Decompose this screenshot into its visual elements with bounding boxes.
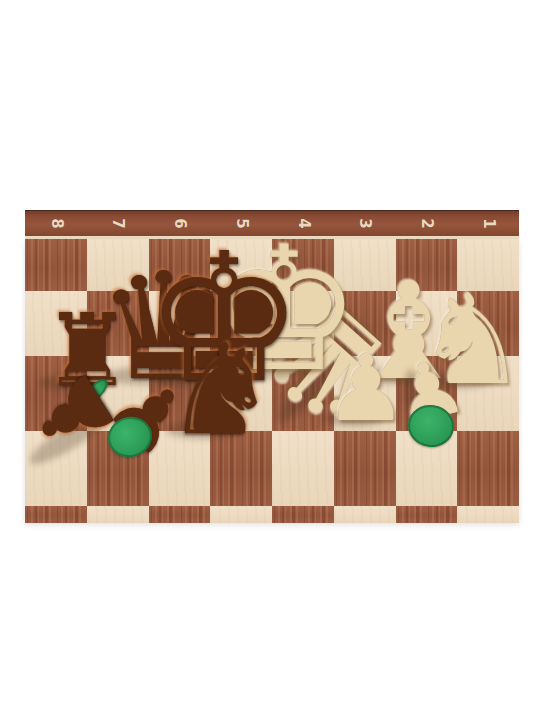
- square: [272, 506, 334, 523]
- rank-label-cell: 3: [334, 210, 396, 236]
- square: [457, 506, 519, 523]
- rank-label-cell: 6: [149, 210, 211, 236]
- square: [396, 239, 458, 291]
- rank-number: 1: [481, 218, 496, 228]
- square: [272, 356, 334, 431]
- rank-number: 8: [48, 218, 63, 228]
- rank-label-cell: 1: [457, 210, 519, 236]
- rank-label-band: 87654321: [25, 210, 519, 236]
- square: [149, 239, 211, 291]
- square: [396, 291, 458, 356]
- rank-label-cell: 8: [25, 210, 87, 236]
- square: [87, 506, 149, 523]
- square: [149, 506, 211, 523]
- board-row: [25, 431, 519, 506]
- square: [149, 431, 211, 506]
- square: [25, 291, 87, 356]
- square: [25, 431, 87, 506]
- square: [25, 506, 87, 523]
- square: [457, 291, 519, 356]
- rank-label-cell: 2: [396, 210, 458, 236]
- board-row: [25, 506, 519, 523]
- square: [87, 291, 149, 356]
- rank-label-cell: 4: [272, 210, 334, 236]
- chess-product-photo: 87654321 ♜♛♚♞♟♟♚♛♟♝♞♟: [0, 0, 540, 720]
- square: [25, 239, 87, 291]
- square: [396, 431, 458, 506]
- square: [210, 291, 272, 356]
- square: [457, 431, 519, 506]
- square: [149, 356, 211, 431]
- rank-number: 5: [234, 218, 249, 228]
- square: [87, 431, 149, 506]
- square: [334, 431, 396, 506]
- rank-number: 3: [357, 218, 372, 228]
- square: [334, 239, 396, 291]
- square: [25, 356, 87, 431]
- square: [149, 291, 211, 356]
- rank-label-cell: 7: [87, 210, 149, 236]
- square: [272, 431, 334, 506]
- rank-label-cell: 5: [210, 210, 272, 236]
- rank-number: 4: [295, 218, 310, 228]
- rank-number: 6: [172, 218, 187, 228]
- rank-number: 7: [110, 218, 125, 228]
- board-row: [25, 239, 519, 291]
- square: [396, 356, 458, 431]
- board-squares: [25, 239, 519, 523]
- square: [87, 239, 149, 291]
- square: [210, 239, 272, 291]
- rank-number: 2: [419, 218, 434, 228]
- square: [272, 291, 334, 356]
- board-row: [25, 356, 519, 431]
- square: [272, 239, 334, 291]
- chess-board: 87654321: [25, 210, 519, 523]
- square: [210, 506, 272, 523]
- square: [457, 239, 519, 291]
- square: [334, 356, 396, 431]
- square: [210, 356, 272, 431]
- board-row: [25, 291, 519, 356]
- square: [87, 356, 149, 431]
- square: [210, 431, 272, 506]
- square: [396, 506, 458, 523]
- square: [457, 356, 519, 431]
- square: [334, 291, 396, 356]
- square: [334, 506, 396, 523]
